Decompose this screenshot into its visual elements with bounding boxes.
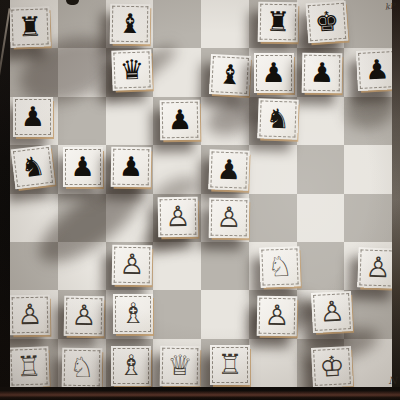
knight-icon: ♘	[69, 348, 95, 388]
square-g3	[297, 242, 345, 290]
square-b7	[58, 48, 106, 96]
board: ♜♝♜♚♛♝♟♟♟♟♟♞♞♟♟♟♙♙♙♘♙♙♙♗♙♙♖♘♗♕♖♔	[10, 0, 392, 387]
pawn-icon: ♙	[216, 197, 242, 237]
pawn-icon: ♟	[21, 97, 45, 137]
pawn-icon: ♟	[262, 53, 286, 93]
square-b4	[58, 194, 106, 242]
piece-white-bishop-c2[interactable]: ♗	[113, 294, 153, 334]
pointer-rod	[0, 8, 11, 79]
piece-white-pawn-b2[interactable]: ♙	[63, 296, 104, 337]
piece-black-knight-a5[interactable]: ♞	[11, 145, 56, 190]
piece-white-bishop-c1[interactable]: ♗	[111, 346, 151, 386]
pawn-icon: ♟	[119, 147, 144, 187]
piece-white-pawn-f2[interactable]: ♙	[256, 296, 297, 337]
pawn-icon: ♟	[168, 100, 193, 140]
square-f4	[249, 194, 297, 242]
rook-icon: ♖	[16, 346, 42, 387]
square-d2	[153, 290, 201, 338]
pawn-icon: ♙	[17, 295, 43, 335]
piece-white-rook-a1[interactable]: ♖	[8, 346, 49, 387]
piece-black-king-g8[interactable]: ♚	[306, 1, 349, 44]
piece-white-pawn-c3[interactable]: ♙	[112, 245, 153, 286]
piece-black-pawn-e5[interactable]: ♟	[208, 150, 249, 191]
bishop-icon: ♝	[217, 54, 243, 95]
pawn-icon: ♙	[165, 196, 191, 236]
piece-white-rook-e1[interactable]: ♖	[210, 345, 250, 385]
square-b3	[58, 242, 106, 290]
rook-icon: ♜	[265, 2, 290, 42]
piece-white-knight-f3[interactable]: ♘	[259, 246, 300, 287]
piece-black-rook-f8[interactable]: ♜	[257, 2, 298, 43]
piece-white-queen-d1[interactable]: ♕	[160, 345, 201, 386]
piece-black-bishop-c8[interactable]: ♝	[110, 4, 151, 45]
bishop-icon: ♝	[118, 4, 143, 44]
square-g4	[297, 194, 345, 242]
square-a3	[10, 242, 58, 290]
piece-white-pawn-a2[interactable]: ♙	[10, 295, 51, 336]
square-f1	[249, 339, 297, 387]
pawn-icon: ♙	[119, 245, 145, 285]
queen-icon: ♕	[167, 346, 193, 386]
pawn-icon: ♟	[216, 150, 242, 191]
square-d7	[153, 48, 201, 96]
pawn-icon: ♟	[364, 49, 390, 90]
pawn-icon: ♟	[310, 52, 335, 92]
square-a4	[10, 194, 58, 242]
bishop-icon: ♗	[119, 346, 144, 386]
piece-white-pawn-g2[interactable]: ♙	[311, 291, 353, 333]
pawn-icon: ♙	[71, 296, 97, 336]
square-c4	[106, 194, 154, 242]
demo-chess-board-photo: ♜♝♜♚♛♝♟♟♟♟♟♞♞♟♟♟♙♙♙♘♙♙♙♗♙♙♖♘♗♕♖♔ kP N	[0, 0, 400, 400]
square-e2	[201, 290, 249, 338]
corner-mark-top-right: kP	[384, 1, 395, 11]
bishop-icon: ♗	[121, 294, 146, 334]
piece-black-knight-f6[interactable]: ♞	[257, 98, 298, 139]
piece-white-knight-b1[interactable]: ♘	[61, 347, 102, 388]
bottom-rail	[0, 387, 400, 400]
piece-black-pawn-d6[interactable]: ♟	[160, 100, 201, 141]
square-h6	[344, 97, 392, 145]
square-c6	[106, 97, 154, 145]
queen-icon: ♛	[120, 49, 146, 90]
piece-black-pawn-c5[interactable]: ♟	[111, 147, 152, 188]
square-a7	[10, 48, 58, 96]
square-d8	[153, 0, 201, 48]
rook-icon: ♜	[17, 7, 43, 48]
square-b8	[58, 0, 106, 48]
king-icon: ♔	[319, 346, 346, 387]
piece-white-pawn-e4[interactable]: ♙	[209, 197, 250, 238]
square-e8	[201, 0, 249, 48]
piece-black-pawn-f7[interactable]: ♟	[254, 53, 294, 93]
piece-black-pawn-b5[interactable]: ♟	[63, 147, 103, 187]
square-d3	[153, 242, 201, 290]
piece-white-pawn-d4[interactable]: ♙	[158, 196, 199, 237]
corner-mark-bottom-right: N	[388, 375, 397, 386]
piece-black-rook-a8[interactable]: ♜	[9, 7, 50, 48]
knight-icon: ♞	[18, 146, 47, 189]
square-e6	[201, 97, 249, 145]
piece-black-bishop-e7[interactable]: ♝	[209, 54, 251, 96]
king-icon: ♚	[314, 1, 341, 43]
square-f5	[249, 145, 297, 193]
right-frame-edge	[392, 0, 400, 400]
piece-black-pawn-g7[interactable]: ♟	[302, 52, 343, 93]
square-h5	[344, 145, 392, 193]
left-frame-edge	[0, 0, 10, 400]
pawn-icon: ♙	[264, 296, 290, 336]
pawn-icon: ♟	[71, 147, 95, 187]
pawn-icon: ♙	[319, 292, 346, 333]
square-g5	[297, 145, 345, 193]
piece-black-pawn-a6[interactable]: ♟	[13, 97, 53, 137]
knight-icon: ♞	[265, 99, 291, 140]
rook-icon: ♖	[217, 345, 242, 385]
square-d5	[153, 145, 201, 193]
square-h4	[344, 194, 392, 242]
square-g6	[297, 97, 345, 145]
knight-icon: ♘	[266, 247, 292, 288]
piece-white-king-g1[interactable]: ♔	[311, 346, 353, 388]
piece-black-queen-c7[interactable]: ♛	[112, 49, 153, 90]
square-b6	[58, 97, 106, 145]
pawn-icon: ♙	[365, 248, 391, 289]
square-e3	[201, 242, 249, 290]
